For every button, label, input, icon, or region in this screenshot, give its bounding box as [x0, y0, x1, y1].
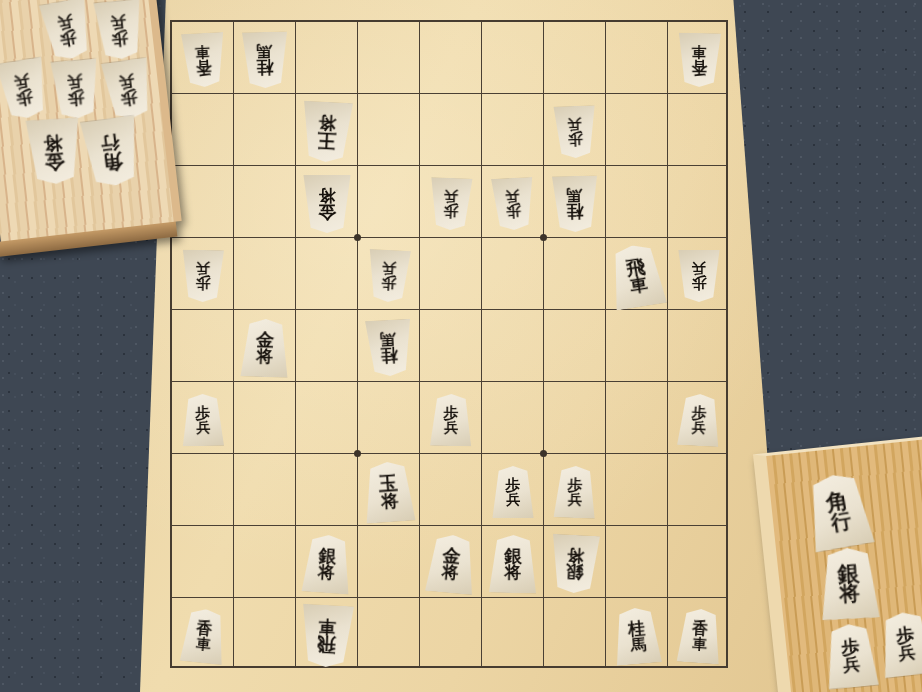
piece-3h-gote-silver[interactable]: 銀将 — [550, 534, 601, 594]
piece-8a-gote-knight[interactable]: 桂馬 — [242, 32, 289, 89]
piece-6d-gote-pawn[interactable]: 歩兵 — [367, 249, 412, 303]
piece-kanji: 将 — [380, 492, 399, 510]
star-point — [354, 450, 361, 457]
piece-kanji: 歩 — [692, 276, 707, 290]
piece-kanji: 兵 — [843, 656, 861, 673]
piece-kanji: 桂 — [567, 204, 584, 220]
piece-kanji: 将 — [567, 547, 584, 564]
piece-kanji: 飛 — [317, 636, 337, 655]
piece-kanji: 歩 — [568, 132, 583, 147]
piece-kanji: 兵 — [692, 262, 706, 275]
piece-9i-sente-lance[interactable]: 香車 — [179, 607, 227, 665]
piece-hand-sente-silver[interactable]: 銀将 — [818, 547, 880, 621]
piece-kanji: 車 — [318, 618, 336, 635]
piece-6g-sente-king[interactable]: 玉将 — [362, 460, 416, 523]
piece-kanji: 歩 — [381, 276, 397, 291]
piece-kanji: 王 — [317, 132, 337, 151]
piece-7b-gote-king[interactable]: 王将 — [300, 101, 353, 164]
piece-1a-gote-lance[interactable]: 香車 — [677, 33, 721, 88]
piece-kanji: 将 — [256, 348, 273, 364]
piece-hand-gote-pawn[interactable]: 歩兵 — [93, 0, 145, 61]
piece-kanji: 金 — [318, 204, 336, 221]
piece-kanji: 兵 — [110, 14, 127, 30]
piece-kanji: 兵 — [196, 262, 210, 275]
piece-1i-sente-lance[interactable]: 香車 — [676, 608, 723, 665]
piece-1d-gote-pawn[interactable]: 歩兵 — [678, 250, 720, 302]
piece-5h-sente-gold[interactable]: 金将 — [425, 533, 478, 595]
piece-hand-sente-pawn[interactable]: 歩兵 — [877, 610, 922, 679]
board-grid[interactable]: 香車桂馬香車王将歩兵金将歩兵歩兵桂馬歩兵歩兵飛車歩兵金将桂馬歩兵歩兵歩兵玉将歩兵… — [170, 20, 728, 668]
piece-kanji: 馬 — [567, 188, 583, 203]
star-point — [354, 234, 361, 241]
piece-kanji: 馬 — [629, 636, 646, 652]
piece-9a-gote-lance[interactable]: 香車 — [180, 32, 226, 88]
piece-3g-sente-pawn[interactable]: 歩兵 — [553, 465, 597, 518]
piece-kanji: 桂 — [381, 348, 399, 365]
piece-3c-gote-knight[interactable]: 桂馬 — [552, 176, 599, 233]
shogi-board[interactable]: 香車桂馬香車王将歩兵金将歩兵歩兵桂馬歩兵歩兵飛車歩兵金将桂馬歩兵歩兵歩兵玉将歩兵… — [140, 0, 785, 692]
piece-1f-sente-pawn[interactable]: 歩兵 — [677, 393, 722, 447]
piece-kanji: 車 — [691, 636, 707, 651]
piece-kanji: 兵 — [13, 73, 31, 90]
piece-kanji: 兵 — [444, 190, 458, 204]
piece-kanji: 銀 — [504, 547, 522, 564]
star-point — [540, 450, 547, 457]
piece-4g-sente-pawn[interactable]: 歩兵 — [492, 466, 534, 518]
piece-kanji: 兵 — [444, 420, 458, 433]
piece-kanji: 将 — [318, 564, 336, 581]
piece-hand-gote-pawn[interactable]: 歩兵 — [38, 0, 95, 63]
piece-kanji: 将 — [319, 188, 336, 204]
piece-kanji: 兵 — [505, 190, 519, 204]
piece-kanji: 車 — [194, 636, 210, 651]
piece-kanji: 歩 — [195, 276, 210, 291]
piece-9d-gote-pawn[interactable]: 歩兵 — [182, 250, 225, 303]
piece-kanji: 兵 — [118, 73, 135, 90]
piece-kanji: 将 — [441, 564, 459, 581]
piece-kanji: 行 — [100, 133, 121, 153]
star-point — [540, 234, 547, 241]
piece-5f-sente-pawn[interactable]: 歩兵 — [430, 394, 473, 447]
piece-hand-sente-bishop[interactable]: 角行 — [802, 470, 875, 553]
piece-2d-sente-rook[interactable]: 飛車 — [606, 241, 667, 310]
piece-4h-sente-silver[interactable]: 銀将 — [488, 535, 537, 594]
piece-kanji: 将 — [839, 584, 860, 604]
piece-kanji: 兵 — [898, 644, 917, 662]
piece-6e-gote-knight[interactable]: 桂馬 — [365, 319, 414, 377]
piece-9f-sente-pawn[interactable]: 歩兵 — [182, 394, 225, 447]
piece-kanji: 馬 — [380, 332, 396, 348]
piece-kanji: 車 — [692, 45, 707, 59]
piece-kanji: 将 — [43, 132, 63, 151]
piece-7h-sente-silver[interactable]: 銀将 — [301, 533, 353, 594]
piece-4c-gote-pawn[interactable]: 歩兵 — [491, 177, 536, 231]
piece-kanji: 兵 — [382, 262, 396, 276]
piece-2i-sente-knight[interactable]: 桂馬 — [612, 606, 663, 666]
piece-7i-gote-rook[interactable]: 飛車 — [299, 604, 354, 669]
piece-hand-gote-bishop[interactable]: 角行 — [79, 115, 143, 189]
piece-hand-gote-pawn[interactable]: 歩兵 — [0, 56, 51, 121]
piece-hand-gote-gold[interactable]: 金将 — [25, 117, 83, 185]
piece-kanji: 歩 — [506, 204, 522, 219]
piece-7c-gote-gold[interactable]: 金将 — [303, 175, 351, 233]
piece-kanji: 兵 — [568, 492, 582, 506]
piece-kanji: 歩 — [443, 204, 458, 219]
piece-kanji: 将 — [318, 114, 336, 131]
piece-kanji: 銀 — [565, 564, 584, 582]
piece-kanji: 桂 — [257, 60, 274, 76]
piece-hand-sente-pawn[interactable]: 歩兵 — [823, 622, 880, 690]
piece-kanji: 兵 — [568, 118, 582, 132]
piece-kanji: 車 — [195, 45, 210, 60]
piece-kanji: 行 — [829, 510, 852, 532]
piece-hand-gote-pawn[interactable]: 歩兵 — [100, 57, 155, 122]
piece-kanji: 兵 — [506, 493, 520, 506]
gote-komadai: 歩兵歩兵歩兵歩兵歩兵金将角行 — [0, 0, 182, 241]
piece-3b-gote-pawn[interactable]: 歩兵 — [553, 105, 597, 158]
piece-kanji: 香 — [195, 60, 212, 76]
piece-8e-sente-gold[interactable]: 金将 — [240, 318, 290, 378]
piece-kanji: 車 — [628, 275, 648, 294]
piece-kanji: 将 — [504, 565, 521, 581]
piece-kanji: 兵 — [67, 73, 84, 89]
piece-kanji: 兵 — [56, 13, 74, 30]
piece-kanji: 兵 — [196, 420, 210, 433]
sente-komadai: 角行銀将歩兵歩兵 — [753, 436, 922, 692]
piece-kanji: 馬 — [257, 44, 273, 59]
piece-kanji: 香 — [691, 60, 707, 75]
piece-hand-gote-pawn[interactable]: 歩兵 — [50, 58, 101, 120]
piece-5c-gote-pawn[interactable]: 歩兵 — [429, 177, 473, 230]
piece-kanji: 兵 — [691, 420, 705, 434]
